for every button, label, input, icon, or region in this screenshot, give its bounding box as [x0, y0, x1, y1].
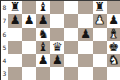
- square-a6[interactable]: [8, 28, 22, 41]
- black-king-h5: ♚: [107, 41, 120, 54]
- black-pawn-b7: ♟: [22, 14, 36, 27]
- black-pawn-h7: ♟: [107, 14, 120, 27]
- square-a4[interactable]: [8, 54, 22, 67]
- square-a3[interactable]: [8, 67, 22, 80]
- square-c5[interactable]: ♝: [36, 41, 50, 54]
- black-bishop-c8: ♝: [36, 1, 50, 14]
- black-rook-a8: ♜: [8, 1, 22, 14]
- square-e4[interactable]: [64, 54, 78, 67]
- square-f4[interactable]: [78, 54, 92, 67]
- square-h5[interactable]: ♚: [107, 41, 120, 54]
- square-h4[interactable]: ♞: [107, 54, 120, 67]
- square-h6[interactable]: ♝: [107, 28, 120, 41]
- square-d7[interactable]: [50, 14, 64, 27]
- square-d8[interactable]: [50, 1, 64, 14]
- square-d3[interactable]: [50, 67, 64, 80]
- square-c6[interactable]: ♞: [36, 28, 50, 41]
- chess-board: 8♜♝♜7♟♟♟♟♟6♞♟♝5♝♛♚4♟♟♞3: [0, 0, 120, 80]
- rank-label-3: 3: [1, 67, 8, 80]
- black-knight-c6: ♞: [36, 28, 50, 41]
- square-b3[interactable]: [22, 67, 36, 80]
- square-g7[interactable]: ♟: [93, 14, 107, 27]
- square-d5[interactable]: ♛: [50, 41, 64, 54]
- square-f5[interactable]: [78, 41, 92, 54]
- black-bishop-c5: ♝: [36, 41, 50, 54]
- square-g3[interactable]: [93, 67, 107, 80]
- square-a8[interactable]: ♜: [8, 1, 22, 14]
- square-b7[interactable]: ♟: [22, 14, 36, 27]
- square-h3[interactable]: [107, 67, 120, 80]
- square-g8[interactable]: ♜: [93, 1, 107, 14]
- black-pawn-d4: ♟: [50, 54, 64, 67]
- white-knight-h4: ♞: [107, 54, 120, 67]
- white-pawn-g7: ♟: [93, 14, 107, 27]
- square-b8[interactable]: [22, 1, 36, 14]
- rank-label-4: 4: [1, 54, 8, 67]
- black-pawn-c4: ♟: [36, 54, 50, 67]
- square-d6[interactable]: [50, 28, 64, 41]
- square-c4[interactable]: ♟: [36, 54, 50, 67]
- square-g6[interactable]: [93, 28, 107, 41]
- black-pawn-f6: ♟: [78, 28, 92, 41]
- black-pawn-c7: ♟: [36, 14, 50, 27]
- square-e8[interactable]: [64, 1, 78, 14]
- square-g4[interactable]: [93, 54, 107, 67]
- chess-diagram-screenshot: 8♜♝♜7♟♟♟♟♟6♞♟♝5♝♛♚4♟♟♞3: [0, 0, 120, 80]
- square-b6[interactable]: [22, 28, 36, 41]
- square-c8[interactable]: ♝: [36, 1, 50, 14]
- square-a7[interactable]: ♟: [8, 14, 22, 27]
- square-h7[interactable]: ♟: [107, 14, 120, 27]
- square-h8[interactable]: [107, 1, 120, 14]
- square-f3[interactable]: [78, 67, 92, 80]
- black-pawn-a7: ♟: [8, 14, 22, 27]
- square-e7[interactable]: [64, 14, 78, 27]
- white-bishop-h6: ♝: [107, 28, 120, 41]
- square-c3[interactable]: [36, 67, 50, 80]
- square-f7[interactable]: [78, 14, 92, 27]
- square-e5[interactable]: [64, 41, 78, 54]
- rank-label-7: 7: [1, 14, 8, 27]
- square-b4[interactable]: [22, 54, 36, 67]
- square-f6[interactable]: ♟: [78, 28, 92, 41]
- square-a5[interactable]: [8, 41, 22, 54]
- black-queen-d5: ♛: [50, 41, 64, 54]
- square-e3[interactable]: [64, 67, 78, 80]
- square-g5[interactable]: [93, 41, 107, 54]
- square-e6[interactable]: [64, 28, 78, 41]
- square-b5[interactable]: [22, 41, 36, 54]
- square-c7[interactable]: ♟: [36, 14, 50, 27]
- black-rook-g8: ♜: [93, 1, 107, 14]
- rank-label-5: 5: [1, 41, 8, 54]
- square-d4[interactable]: ♟: [50, 54, 64, 67]
- rank-label-6: 6: [1, 28, 8, 41]
- rank-label-8: 8: [1, 1, 8, 14]
- square-f8[interactable]: [78, 1, 92, 14]
